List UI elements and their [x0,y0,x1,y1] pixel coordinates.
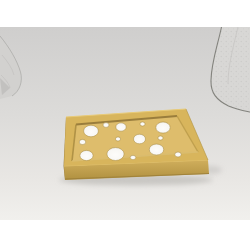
hole-r2-small-2 [158,136,163,140]
product-photo [0,0,250,250]
hole-r3-small-1 [79,139,86,144]
hole-r3-small-3 [175,152,181,157]
wooden-hole-board [64,109,210,180]
hole-r1-medium-1 [116,123,126,131]
hole-r3-small-2 [130,155,136,159]
photo-canvas [0,0,250,250]
hole-r2-medium-1 [134,134,146,144]
hole-r3-large-2 [107,148,124,161]
hole-r1-large-2 [156,122,170,133]
hole-r1-small-2 [140,122,145,126]
hole-r3-large-3 [149,144,163,155]
hole-r2-small-1 [115,137,120,141]
hole-r3-large-1 [80,150,93,160]
hole-r1-small-1 [103,123,109,128]
hole-r1-large-1 [84,125,99,137]
